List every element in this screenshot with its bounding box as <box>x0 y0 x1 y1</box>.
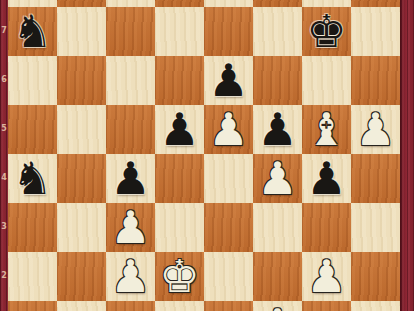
square-g2: ♟ <box>302 252 351 301</box>
square-f4: ♟ <box>253 154 302 203</box>
black-pawn-c4: ♟ <box>106 154 155 203</box>
square-a3 <box>8 203 57 252</box>
white-bishop-f1: ♝ <box>253 301 302 311</box>
square-h1 <box>351 301 400 311</box>
square-h6 <box>351 56 400 105</box>
square-d3 <box>155 203 204 252</box>
square-g5: ♝ <box>302 105 351 154</box>
white-pawn-c3: ♟ <box>106 203 155 252</box>
square-b8 <box>57 0 106 7</box>
black-knight-a7: ♞ <box>8 7 57 56</box>
square-b1 <box>57 301 106 311</box>
board-right-border <box>400 0 414 311</box>
square-b6 <box>57 56 106 105</box>
square-c6 <box>106 56 155 105</box>
square-a5 <box>8 105 57 154</box>
square-h4 <box>351 154 400 203</box>
square-d7 <box>155 7 204 56</box>
square-h2 <box>351 252 400 301</box>
white-pawn-h5: ♟ <box>351 105 400 154</box>
square-h8 <box>351 0 400 7</box>
white-bishop-g5: ♝ <box>302 105 351 154</box>
square-a4: ♞ <box>8 154 57 203</box>
square-d5: ♟ <box>155 105 204 154</box>
white-pawn-e5: ♟ <box>204 105 253 154</box>
square-f6 <box>253 56 302 105</box>
square-a2 <box>8 252 57 301</box>
chess-board: ♞♚♟♟♟♟♝♟♞♟♟♟♟♟♚♟♝ <box>8 0 400 311</box>
black-pawn-f5: ♟ <box>253 105 302 154</box>
square-g4: ♟ <box>302 154 351 203</box>
board-left-border <box>0 0 8 311</box>
square-c1 <box>106 301 155 311</box>
square-d2: ♚ <box>155 252 204 301</box>
square-f3 <box>253 203 302 252</box>
square-b5 <box>57 105 106 154</box>
rank-label-5: 5 <box>0 123 8 135</box>
square-a7: ♞ <box>8 7 57 56</box>
black-pawn-e6: ♟ <box>204 56 253 105</box>
square-f5: ♟ <box>253 105 302 154</box>
white-pawn-f4: ♟ <box>253 154 302 203</box>
black-knight-a4: ♞ <box>8 154 57 203</box>
square-f2 <box>253 252 302 301</box>
square-f1: ♝ <box>253 301 302 311</box>
square-g1 <box>302 301 351 311</box>
square-a6 <box>8 56 57 105</box>
square-c4: ♟ <box>106 154 155 203</box>
square-h3 <box>351 203 400 252</box>
square-b7 <box>57 7 106 56</box>
white-king-d2: ♚ <box>155 252 204 301</box>
square-g7: ♚ <box>302 7 351 56</box>
square-e4 <box>204 154 253 203</box>
square-e1 <box>204 301 253 311</box>
square-e2 <box>204 252 253 301</box>
square-e7 <box>204 7 253 56</box>
white-pawn-g2: ♟ <box>302 252 351 301</box>
square-e5: ♟ <box>204 105 253 154</box>
square-e6: ♟ <box>204 56 253 105</box>
rank-label-7: 7 <box>0 25 8 37</box>
square-e3 <box>204 203 253 252</box>
rank-label-6: 6 <box>0 74 8 86</box>
square-c8 <box>106 0 155 7</box>
square-h7 <box>351 7 400 56</box>
rank-label-4: 4 <box>0 172 8 184</box>
square-c2: ♟ <box>106 252 155 301</box>
white-pawn-c2: ♟ <box>106 252 155 301</box>
square-a1 <box>8 301 57 311</box>
square-b4 <box>57 154 106 203</box>
square-h5: ♟ <box>351 105 400 154</box>
chess-diagram: ♞♚♟♟♟♟♝♟♞♟♟♟♟♟♚♟♝ 765432 <box>0 0 414 311</box>
black-pawn-d5: ♟ <box>155 105 204 154</box>
square-d6 <box>155 56 204 105</box>
black-king-g7: ♚ <box>302 7 351 56</box>
square-c3: ♟ <box>106 203 155 252</box>
square-c5 <box>106 105 155 154</box>
square-d1 <box>155 301 204 311</box>
square-g6 <box>302 56 351 105</box>
square-d4 <box>155 154 204 203</box>
square-f8 <box>253 0 302 7</box>
black-pawn-g4: ♟ <box>302 154 351 203</box>
rank-label-2: 2 <box>0 270 8 282</box>
rank-label-3: 3 <box>0 221 8 233</box>
square-g3 <box>302 203 351 252</box>
square-c7 <box>106 7 155 56</box>
square-d8 <box>155 0 204 7</box>
square-f7 <box>253 7 302 56</box>
square-b2 <box>57 252 106 301</box>
square-e8 <box>204 0 253 7</box>
square-b3 <box>57 203 106 252</box>
